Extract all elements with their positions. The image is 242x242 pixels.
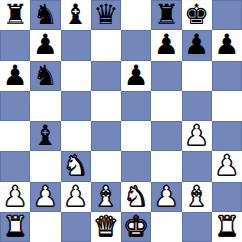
square-e5[interactable]: [121, 91, 151, 121]
square-h3[interactable]: ♟: [212, 151, 242, 181]
square-d2[interactable]: ♝: [91, 182, 121, 212]
square-d1[interactable]: ♛: [91, 212, 121, 242]
square-e4[interactable]: [121, 121, 151, 151]
square-h1[interactable]: ♜: [212, 212, 242, 242]
black-queen: ♛: [93, 1, 118, 29]
square-d3[interactable]: [91, 151, 121, 181]
square-e7[interactable]: [121, 30, 151, 60]
black-knight: ♞: [33, 62, 58, 90]
square-d5[interactable]: [91, 91, 121, 121]
square-a7[interactable]: [0, 30, 30, 60]
square-b4[interactable]: ♝: [30, 121, 60, 151]
square-f5[interactable]: [151, 91, 181, 121]
square-a4[interactable]: [0, 121, 30, 151]
square-g1[interactable]: [182, 212, 212, 242]
square-g8[interactable]: ♚: [182, 0, 212, 30]
square-e1[interactable]: ♚: [121, 212, 151, 242]
square-f8[interactable]: ♜: [151, 0, 181, 30]
square-e2[interactable]: ♞: [121, 182, 151, 212]
square-d7[interactable]: [91, 30, 121, 60]
white-pawn: ♟: [154, 183, 179, 211]
square-d8[interactable]: ♛: [91, 0, 121, 30]
white-pawn: ♟: [214, 152, 239, 180]
square-b3[interactable]: [30, 151, 60, 181]
square-f7[interactable]: ♟: [151, 30, 181, 60]
square-g4[interactable]: ♟: [182, 121, 212, 151]
square-f2[interactable]: ♟: [151, 182, 181, 212]
square-e8[interactable]: [121, 0, 151, 30]
square-d6[interactable]: [91, 61, 121, 91]
square-f4[interactable]: [151, 121, 181, 151]
square-h8[interactable]: [212, 0, 242, 30]
white-king: ♚: [124, 213, 149, 241]
square-a5[interactable]: [0, 91, 30, 121]
square-g7[interactable]: ♟: [182, 30, 212, 60]
black-pawn: ♟: [124, 62, 149, 90]
chess-board: ♜♞♝♛♜♚♟♟♟♟♟♞♟♝♟♞♟♟♟♟♝♞♟♝♜♛♚♜: [0, 0, 242, 242]
white-knight: ♞: [124, 183, 149, 211]
square-a2[interactable]: ♟: [0, 182, 30, 212]
square-c6[interactable]: [61, 61, 91, 91]
black-pawn: ♟: [214, 31, 239, 59]
black-bishop: ♝: [63, 1, 88, 29]
square-c1[interactable]: [61, 212, 91, 242]
square-g5[interactable]: [182, 91, 212, 121]
black-rook: ♜: [3, 1, 28, 29]
black-king: ♚: [184, 1, 209, 29]
square-f3[interactable]: [151, 151, 181, 181]
square-b5[interactable]: [30, 91, 60, 121]
black-pawn: ♟: [154, 31, 179, 59]
square-h2[interactable]: [212, 182, 242, 212]
white-bishop: ♝: [93, 183, 118, 211]
square-c7[interactable]: [61, 30, 91, 60]
black-rook: ♜: [154, 1, 179, 29]
white-rook: ♜: [3, 213, 28, 241]
square-c4[interactable]: [61, 121, 91, 151]
square-d4[interactable]: [91, 121, 121, 151]
square-c3[interactable]: ♞: [61, 151, 91, 181]
white-pawn: ♟: [184, 122, 209, 150]
square-h6[interactable]: [212, 61, 242, 91]
square-a1[interactable]: ♜: [0, 212, 30, 242]
white-knight: ♞: [63, 152, 88, 180]
square-c2[interactable]: ♟: [61, 182, 91, 212]
square-g2[interactable]: ♝: [182, 182, 212, 212]
square-b1[interactable]: [30, 212, 60, 242]
white-bishop: ♝: [184, 183, 209, 211]
square-f1[interactable]: [151, 212, 181, 242]
square-b6[interactable]: ♞: [30, 61, 60, 91]
square-b7[interactable]: ♟: [30, 30, 60, 60]
square-c8[interactable]: ♝: [61, 0, 91, 30]
white-pawn: ♟: [63, 183, 88, 211]
black-bishop: ♝: [33, 122, 58, 150]
square-h4[interactable]: [212, 121, 242, 151]
square-e6[interactable]: ♟: [121, 61, 151, 91]
black-knight: ♞: [33, 1, 58, 29]
square-h7[interactable]: ♟: [212, 30, 242, 60]
square-a6[interactable]: ♟: [0, 61, 30, 91]
square-a8[interactable]: ♜: [0, 0, 30, 30]
white-queen: ♛: [93, 213, 118, 241]
black-pawn: ♟: [184, 31, 209, 59]
square-a3[interactable]: [0, 151, 30, 181]
square-b8[interactable]: ♞: [30, 0, 60, 30]
black-pawn: ♟: [3, 62, 28, 90]
square-c5[interactable]: [61, 91, 91, 121]
square-g3[interactable]: [182, 151, 212, 181]
white-rook: ♜: [214, 213, 239, 241]
black-pawn: ♟: [33, 31, 58, 59]
square-h5[interactable]: [212, 91, 242, 121]
white-pawn: ♟: [3, 183, 28, 211]
square-e3[interactable]: [121, 151, 151, 181]
square-f6[interactable]: [151, 61, 181, 91]
square-g6[interactable]: [182, 61, 212, 91]
square-b2[interactable]: ♟: [30, 182, 60, 212]
white-pawn: ♟: [33, 183, 58, 211]
